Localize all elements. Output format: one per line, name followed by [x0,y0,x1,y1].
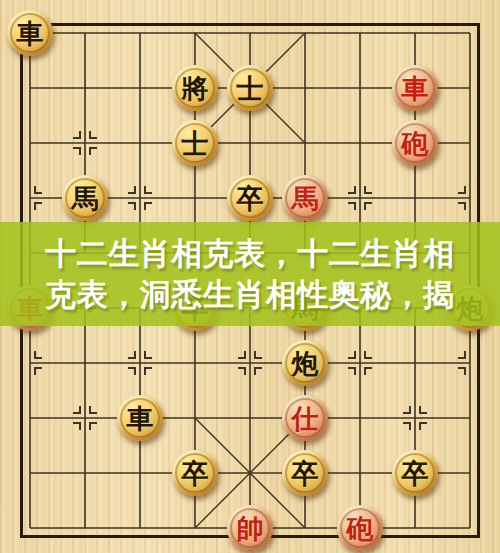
piece-glyph: 砲 [392,120,438,166]
piece-black-advisor[interactable]: 士 [227,65,273,111]
piece-glyph: 仕 [282,395,328,441]
banner-text-line2: 克表，洞悉生肖相性奥秘，揭 [45,274,455,315]
piece-glyph: 炮 [282,340,328,386]
piece-glyph: 將 [172,65,218,111]
xiangqi-board: 車將士車士砲馬卒馬車卒馬炮炮車仕卒卒卒帥砲 十二生肖相克表，十二生肖相 克表，洞… [0,0,500,553]
piece-red-advisor[interactable]: 仕 [282,395,328,441]
piece-black-soldier[interactable]: 卒 [282,450,328,496]
piece-glyph: 卒 [172,450,218,496]
piece-glyph: 車 [392,65,438,111]
piece-black-general[interactable]: 將 [172,65,218,111]
piece-glyph: 卒 [392,450,438,496]
piece-glyph: 士 [227,65,273,111]
piece-glyph: 卒 [282,450,328,496]
piece-black-soldier[interactable]: 卒 [172,450,218,496]
piece-red-general[interactable]: 帥 [227,505,273,551]
piece-black-cannon[interactable]: 炮 [282,340,328,386]
piece-glyph: 帥 [227,505,273,551]
piece-glyph: 車 [7,10,53,56]
piece-red-cannon[interactable]: 砲 [337,505,383,551]
promo-banner-overlay[interactable]: 十二生肖相克表，十二生肖相 克表，洞悉生肖相性奥秘，揭 [0,222,500,326]
piece-glyph: 砲 [337,505,383,551]
piece-black-chariot[interactable]: 車 [117,395,163,441]
piece-black-advisor[interactable]: 士 [172,120,218,166]
piece-red-chariot[interactable]: 車 [392,65,438,111]
piece-glyph: 馬 [62,175,108,221]
piece-glyph: 士 [172,120,218,166]
piece-black-chariot[interactable]: 車 [7,10,53,56]
piece-black-soldier[interactable]: 卒 [392,450,438,496]
piece-black-horse[interactable]: 馬 [62,175,108,221]
banner-text-line1: 十二生肖相克表，十二生肖相 [45,233,455,274]
piece-black-soldier[interactable]: 卒 [227,175,273,221]
piece-glyph: 卒 [227,175,273,221]
piece-red-cannon[interactable]: 砲 [392,120,438,166]
piece-glyph: 車 [117,395,163,441]
piece-glyph: 馬 [282,175,328,221]
piece-red-horse[interactable]: 馬 [282,175,328,221]
